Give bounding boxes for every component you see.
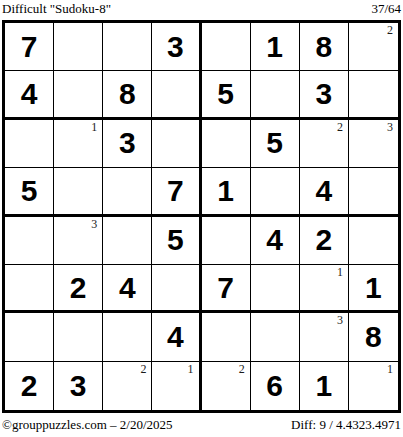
- cell-r4c1[interactable]: 5: [5, 168, 54, 216]
- cell-value: 4: [21, 79, 38, 109]
- cell-r4c8[interactable]: [349, 168, 398, 216]
- cell-r2c2[interactable]: [54, 71, 103, 119]
- cell-r7c3[interactable]: [103, 313, 152, 361]
- difficulty-text: Diff: 9 / 4.4323.4971: [291, 417, 401, 433]
- cell-r8c1[interactable]: 2: [5, 362, 54, 410]
- cell-value: 7: [217, 273, 234, 303]
- cell-r8c5[interactable]: 2: [202, 362, 251, 410]
- credit-text: ©grouppuzzles.com – 2/20/2025: [2, 417, 173, 433]
- cell-r3c7[interactable]: 2: [300, 120, 349, 168]
- puzzle-page: Difficult "Sudoku-8" 37/64 7318248531352…: [0, 0, 403, 437]
- cell-r5c2[interactable]: 3: [54, 217, 103, 265]
- cell-value: 7: [21, 32, 38, 62]
- pencil-note: 2: [140, 363, 146, 376]
- cell-r5c1[interactable]: [5, 217, 54, 265]
- cell-r3c3[interactable]: 3: [103, 120, 152, 168]
- cell-r7c8[interactable]: 8: [349, 313, 398, 361]
- cell-r4c7[interactable]: 4: [300, 168, 349, 216]
- pencil-note: 2: [387, 24, 393, 37]
- pencil-note: 1: [188, 363, 194, 376]
- cell-value: 8: [365, 322, 382, 352]
- cell-r8c4[interactable]: 1: [152, 362, 201, 410]
- cell-value: 8: [119, 79, 136, 109]
- cell-r1c8[interactable]: 2: [349, 23, 398, 71]
- cell-value: 3: [119, 128, 136, 158]
- pencil-note: 3: [387, 121, 393, 134]
- cell-r1c6[interactable]: 1: [251, 23, 300, 71]
- cell-value: 1: [217, 176, 234, 206]
- pencil-note: 1: [337, 266, 343, 279]
- cell-r5c5[interactable]: [202, 217, 251, 265]
- pencil-note: 1: [387, 363, 393, 376]
- cell-r4c6[interactable]: [251, 168, 300, 216]
- cell-value: 2: [21, 371, 38, 401]
- cell-r8c7[interactable]: 1: [300, 362, 349, 410]
- cell-value: 4: [167, 322, 184, 352]
- cell-r4c2[interactable]: [54, 168, 103, 216]
- cell-r7c1[interactable]: [5, 313, 54, 361]
- cell-r1c1[interactable]: 7: [5, 23, 54, 71]
- cell-r3c6[interactable]: 5: [251, 120, 300, 168]
- cell-r6c6[interactable]: [251, 265, 300, 313]
- cell-r5c3[interactable]: [103, 217, 152, 265]
- cell-value: 4: [315, 176, 332, 206]
- cell-r8c6[interactable]: 6: [251, 362, 300, 410]
- cell-r1c5[interactable]: [202, 23, 251, 71]
- cell-r2c4[interactable]: [152, 71, 201, 119]
- cell-value: 4: [266, 225, 283, 255]
- cell-r2c3[interactable]: 8: [103, 71, 152, 119]
- cell-value: 5: [217, 79, 234, 109]
- cell-r5c7[interactable]: 2: [300, 217, 349, 265]
- cell-value: 3: [70, 371, 87, 401]
- cell-r2c7[interactable]: 3: [300, 71, 349, 119]
- cell-r1c4[interactable]: 3: [152, 23, 201, 71]
- cell-r4c5[interactable]: 1: [202, 168, 251, 216]
- pencil-note: 2: [239, 363, 245, 376]
- sudoku-board: 73182485313523571435422471143823212611: [2, 20, 401, 413]
- cell-value: 3: [167, 32, 184, 62]
- cell-r2c5[interactable]: 5: [202, 71, 251, 119]
- cell-r6c3[interactable]: 4: [103, 265, 152, 313]
- cell-r2c8[interactable]: [349, 71, 398, 119]
- cell-r7c4[interactable]: 4: [152, 313, 201, 361]
- cell-r1c3[interactable]: [103, 23, 152, 71]
- cell-r7c5[interactable]: [202, 313, 251, 361]
- cell-r3c1[interactable]: [5, 120, 54, 168]
- cell-r7c6[interactable]: [251, 313, 300, 361]
- cell-r5c4[interactable]: 5: [152, 217, 201, 265]
- cell-value: 2: [315, 225, 332, 255]
- cell-value: 5: [21, 176, 38, 206]
- cell-value: 5: [266, 128, 283, 158]
- cell-r1c7[interactable]: 8: [300, 23, 349, 71]
- cell-r6c1[interactable]: [5, 265, 54, 313]
- cell-value: 1: [365, 273, 382, 303]
- pencil-note: 2: [337, 121, 343, 134]
- cell-value: 3: [315, 79, 332, 109]
- cell-r3c5[interactable]: [202, 120, 251, 168]
- cell-r3c4[interactable]: [152, 120, 201, 168]
- cell-r8c2[interactable]: 3: [54, 362, 103, 410]
- cell-r7c7[interactable]: 3: [300, 313, 349, 361]
- cell-r5c6[interactable]: 4: [251, 217, 300, 265]
- cell-r3c8[interactable]: 3: [349, 120, 398, 168]
- cell-value: 1: [315, 371, 332, 401]
- cell-r8c8[interactable]: 1: [349, 362, 398, 410]
- cell-r6c5[interactable]: 7: [202, 265, 251, 313]
- cell-r6c2[interactable]: 2: [54, 265, 103, 313]
- pencil-note: 1: [91, 121, 97, 134]
- cell-value: 6: [266, 371, 283, 401]
- cell-r7c2[interactable]: [54, 313, 103, 361]
- puzzle-footer: ©grouppuzzles.com – 2/20/2025 Diff: 9 / …: [2, 417, 401, 433]
- cell-value: 5: [167, 225, 184, 255]
- cell-r3c2[interactable]: 1: [54, 120, 103, 168]
- cell-r1c2[interactable]: [54, 23, 103, 71]
- cell-r2c1[interactable]: 4: [5, 71, 54, 119]
- cell-r2c6[interactable]: [251, 71, 300, 119]
- cell-value: 7: [167, 176, 184, 206]
- cell-r4c3[interactable]: [103, 168, 152, 216]
- pencil-note: 3: [337, 314, 343, 327]
- puzzle-header: Difficult "Sudoku-8" 37/64: [2, 1, 401, 17]
- pencil-note: 3: [91, 218, 97, 231]
- empty-cell-counter: 37/64: [371, 1, 401, 17]
- cell-r6c7[interactable]: 1: [300, 265, 349, 313]
- cell-r5c8[interactable]: [349, 217, 398, 265]
- cell-r4c4[interactable]: 7: [152, 168, 201, 216]
- cell-value: 8: [315, 32, 332, 62]
- cell-value: 4: [119, 273, 136, 303]
- cell-r6c8[interactable]: 1: [349, 265, 398, 313]
- cell-value: 2: [70, 273, 87, 303]
- cell-r8c3[interactable]: 2: [103, 362, 152, 410]
- cell-r6c4[interactable]: [152, 265, 201, 313]
- puzzle-title: Difficult "Sudoku-8": [2, 1, 111, 17]
- cell-value: 1: [266, 32, 283, 62]
